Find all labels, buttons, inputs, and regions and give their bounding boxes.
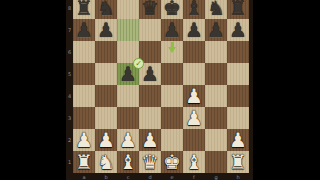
file-label-b: b — [95, 174, 117, 180]
white-bishop-f1[interactable]: ♝ — [185, 151, 203, 173]
rank-label-2: 2 — [66, 137, 73, 143]
square-d2[interactable]: ♟ — [139, 129, 161, 151]
square-e3[interactable] — [161, 107, 183, 129]
chess-board-panel: ♜♞♛♚♝♞♜♟♟♟♟♟♟♟♟♟♟♟♟♟♟♟♜♞♝♛♚♝♜ — [66, 0, 253, 180]
black-queen-d8[interactable]: ♛ — [141, 0, 159, 19]
square-g3[interactable] — [205, 107, 227, 129]
square-f6[interactable] — [183, 41, 205, 63]
square-d3[interactable] — [139, 107, 161, 129]
square-h1[interactable]: ♜ — [227, 151, 249, 173]
square-h5[interactable] — [227, 63, 249, 85]
white-pawn-a2[interactable]: ♟ — [75, 129, 93, 151]
black-rook-a8[interactable]: ♜ — [75, 0, 93, 19]
square-c3[interactable] — [117, 107, 139, 129]
square-b5[interactable] — [95, 63, 117, 85]
black-pawn-f7[interactable]: ♟ — [185, 19, 203, 41]
white-pawn-c2[interactable]: ♟ — [119, 129, 137, 151]
white-pawn-d2[interactable]: ♟ — [141, 129, 159, 151]
black-pawn-h7[interactable]: ♟ — [229, 19, 247, 41]
square-b2[interactable]: ♟ — [95, 129, 117, 151]
black-pawn-e7[interactable]: ♟ — [163, 19, 181, 41]
rank-label-3: 3 — [66, 115, 73, 121]
square-g6[interactable] — [205, 41, 227, 63]
square-b4[interactable] — [95, 85, 117, 107]
square-d8[interactable]: ♛ — [139, 0, 161, 19]
square-f4[interactable]: ♟ — [183, 85, 205, 107]
black-pawn-g7[interactable]: ♟ — [207, 19, 225, 41]
white-rook-a1[interactable]: ♜ — [75, 151, 93, 173]
black-king-e8[interactable]: ♚ — [163, 0, 181, 19]
square-b1[interactable]: ♞ — [95, 151, 117, 173]
white-queen-d1[interactable]: ♛ — [141, 151, 159, 173]
square-h3[interactable] — [227, 107, 249, 129]
square-f3[interactable]: ♟ — [183, 107, 205, 129]
file-label-d: d — [139, 174, 161, 180]
square-c8[interactable] — [117, 0, 139, 19]
square-d4[interactable] — [139, 85, 161, 107]
black-pawn-a7[interactable]: ♟ — [75, 19, 93, 41]
square-d1[interactable]: ♛ — [139, 151, 161, 173]
square-a3[interactable] — [73, 107, 95, 129]
square-f2[interactable] — [183, 129, 205, 151]
white-rook-h1[interactable]: ♜ — [229, 151, 247, 173]
square-g2[interactable] — [205, 129, 227, 151]
square-f5[interactable] — [183, 63, 205, 85]
black-knight-b8[interactable]: ♞ — [97, 0, 115, 19]
square-d7[interactable] — [139, 19, 161, 41]
white-pawn-f4[interactable]: ♟ — [185, 85, 203, 107]
file-label-g: g — [205, 174, 227, 180]
square-c7[interactable] — [117, 19, 139, 41]
file-label-c: c — [117, 174, 139, 180]
white-pawn-h2[interactable]: ♟ — [229, 129, 247, 151]
square-g4[interactable] — [205, 85, 227, 107]
white-pawn-b2[interactable]: ♟ — [97, 129, 115, 151]
square-a4[interactable] — [73, 85, 95, 107]
square-g7[interactable]: ♟ — [205, 19, 227, 41]
square-e7[interactable]: ♟ — [161, 19, 183, 41]
black-pawn-d5[interactable]: ♟ — [141, 63, 159, 85]
square-h8[interactable]: ♜ — [227, 0, 249, 19]
good-move-check-icon: ✓ — [133, 58, 144, 69]
file-label-f: f — [183, 174, 205, 180]
file-label-e: e — [161, 174, 183, 180]
square-a7[interactable]: ♟ — [73, 19, 95, 41]
hint-down-arrow-icon — [168, 42, 177, 53]
white-bishop-c1[interactable]: ♝ — [119, 151, 137, 173]
square-b7[interactable]: ♟ — [95, 19, 117, 41]
square-c1[interactable]: ♝ — [117, 151, 139, 173]
square-a6[interactable] — [73, 41, 95, 63]
square-f1[interactable]: ♝ — [183, 151, 205, 173]
rank-label-6: 6 — [66, 49, 73, 55]
rank-label-1: 1 — [66, 159, 73, 165]
square-c4[interactable] — [117, 85, 139, 107]
square-b6[interactable] — [95, 41, 117, 63]
file-label-h: h — [227, 174, 249, 180]
square-e5[interactable] — [161, 63, 183, 85]
square-f7[interactable]: ♟ — [183, 19, 205, 41]
rank-label-8: 8 — [66, 5, 73, 11]
square-a5[interactable] — [73, 63, 95, 85]
square-h2[interactable]: ♟ — [227, 129, 249, 151]
rank-label-4: 4 — [66, 93, 73, 99]
white-pawn-f3[interactable]: ♟ — [185, 107, 203, 129]
chess-board[interactable]: ♜♞♛♚♝♞♜♟♟♟♟♟♟♟♟♟♟♟♟♟♟♟♜♞♝♛♚♝♜ — [73, 0, 249, 173]
square-e1[interactable]: ♚ — [161, 151, 183, 173]
black-pawn-b7[interactable]: ♟ — [97, 19, 115, 41]
square-a2[interactable]: ♟ — [73, 129, 95, 151]
square-e4[interactable] — [161, 85, 183, 107]
square-g1[interactable] — [205, 151, 227, 173]
square-h7[interactable]: ♟ — [227, 19, 249, 41]
white-king-e1[interactable]: ♚ — [163, 151, 181, 173]
video-frame: ♜♞♛♚♝♞♜♟♟♟♟♟♟♟♟♟♟♟♟♟♟♟♜♞♝♛♚♝♜ 87654321ab… — [0, 0, 320, 180]
black-rook-h8[interactable]: ♜ — [229, 0, 247, 19]
square-b8[interactable]: ♞ — [95, 0, 117, 19]
black-knight-g8[interactable]: ♞ — [207, 0, 225, 19]
square-b3[interactable] — [95, 107, 117, 129]
square-e8[interactable]: ♚ — [161, 0, 183, 19]
square-f8[interactable]: ♝ — [183, 0, 205, 19]
square-a8[interactable]: ♜ — [73, 0, 95, 19]
rank-label-7: 7 — [66, 27, 73, 33]
square-h6[interactable] — [227, 41, 249, 63]
square-g8[interactable]: ♞ — [205, 0, 227, 19]
rank-label-5: 5 — [66, 71, 73, 77]
square-c2[interactable]: ♟ — [117, 129, 139, 151]
square-h4[interactable] — [227, 85, 249, 107]
square-g5[interactable] — [205, 63, 227, 85]
black-bishop-f8[interactable]: ♝ — [185, 0, 203, 19]
file-label-a: a — [73, 174, 95, 180]
square-a1[interactable]: ♜ — [73, 151, 95, 173]
white-knight-b1[interactable]: ♞ — [97, 151, 115, 173]
square-e2[interactable] — [161, 129, 183, 151]
